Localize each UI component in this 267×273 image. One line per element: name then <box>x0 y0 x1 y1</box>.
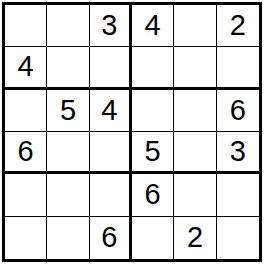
cell-r6c2[interactable] <box>47 217 89 259</box>
cell-r6c1[interactable] <box>5 217 47 259</box>
cell-r3c3[interactable]: 4 <box>90 90 132 132</box>
page: 3424546653662 <box>0 0 267 273</box>
cell-r6c5[interactable]: 2 <box>174 217 216 259</box>
cell-r2c3[interactable] <box>90 47 132 89</box>
cell-r6c4[interactable] <box>132 217 174 259</box>
cell-r4c5[interactable] <box>174 132 216 174</box>
cell-r1c3[interactable]: 3 <box>90 5 132 47</box>
cell-r2c1[interactable]: 4 <box>5 47 47 89</box>
cell-r1c6[interactable]: 2 <box>217 5 259 47</box>
cell-r3c5[interactable] <box>174 90 216 132</box>
given-digit: 4 <box>145 11 161 40</box>
cell-r3c1[interactable] <box>5 90 47 132</box>
cell-r1c5[interactable] <box>174 5 216 47</box>
cell-r4c2[interactable] <box>47 132 89 174</box>
cell-r1c1[interactable] <box>5 5 47 47</box>
cell-r6c6[interactable] <box>217 217 259 259</box>
cell-r2c5[interactable] <box>174 47 216 89</box>
cell-r3c2[interactable]: 5 <box>47 90 89 132</box>
cell-r2c2[interactable] <box>47 47 89 89</box>
given-digit: 6 <box>101 223 117 252</box>
cell-r5c3[interactable] <box>90 174 132 216</box>
cell-r5c1[interactable] <box>5 174 47 216</box>
cell-r4c6[interactable]: 3 <box>217 132 259 174</box>
given-digit: 4 <box>101 96 117 125</box>
cell-r4c1[interactable]: 6 <box>5 132 47 174</box>
cell-r4c4[interactable]: 5 <box>132 132 174 174</box>
cell-r3c4[interactable] <box>132 90 174 132</box>
given-digit: 4 <box>18 52 34 81</box>
given-digit: 2 <box>187 223 203 252</box>
given-digit: 3 <box>101 11 117 40</box>
given-digit: 6 <box>230 96 246 125</box>
cell-r4c3[interactable] <box>90 132 132 174</box>
cell-r2c6[interactable] <box>217 47 259 89</box>
cell-r1c2[interactable] <box>47 5 89 47</box>
cell-r6c3[interactable]: 6 <box>90 217 132 259</box>
cell-r2c4[interactable] <box>132 47 174 89</box>
given-digit: 3 <box>230 137 246 166</box>
cell-r5c2[interactable] <box>47 174 89 216</box>
cell-r5c6[interactable] <box>217 174 259 216</box>
cell-r5c5[interactable] <box>174 174 216 216</box>
given-digit: 2 <box>230 11 246 40</box>
cell-r5c4[interactable]: 6 <box>132 174 174 216</box>
given-digit: 6 <box>145 180 161 209</box>
cell-r1c4[interactable]: 4 <box>132 5 174 47</box>
given-digit: 6 <box>18 137 34 166</box>
given-digit: 5 <box>60 96 76 125</box>
sudoku-board: 3424546653662 <box>2 2 262 262</box>
given-digit: 5 <box>145 137 161 166</box>
cell-r3c6[interactable]: 6 <box>217 90 259 132</box>
